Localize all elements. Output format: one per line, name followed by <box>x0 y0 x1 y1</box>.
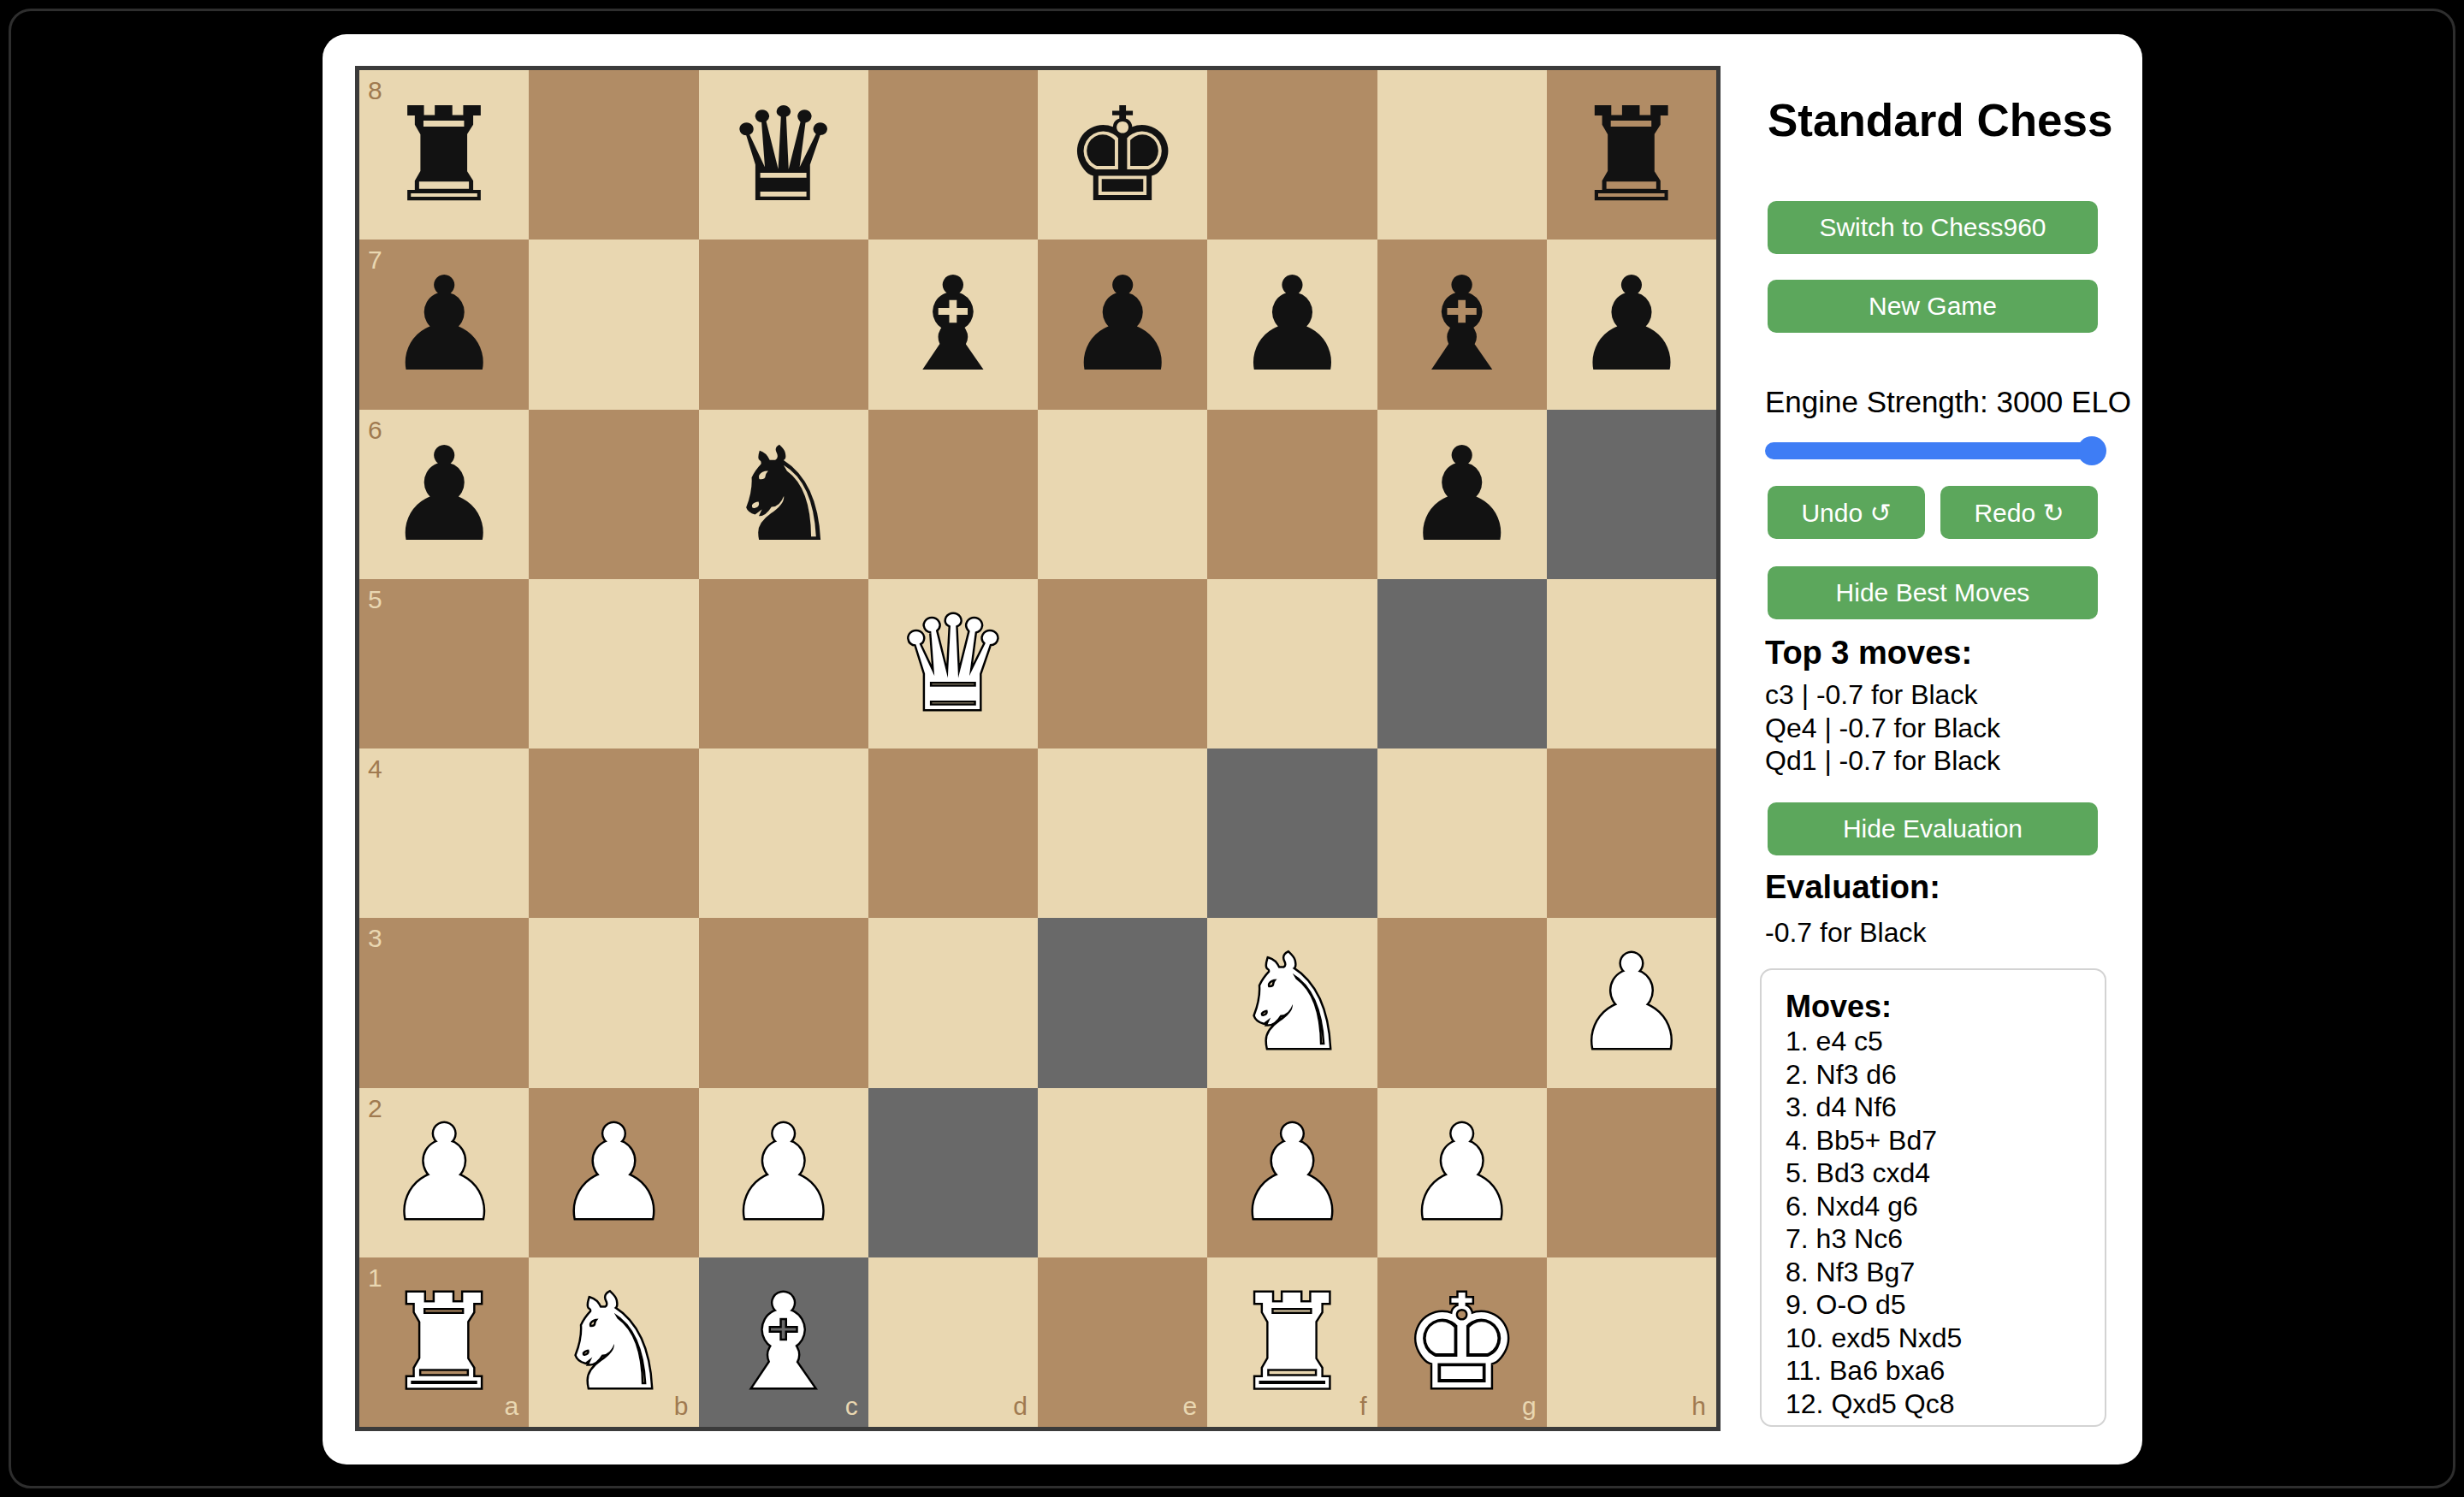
page-title: Standard Chess <box>1768 94 2113 146</box>
square-h5[interactable] <box>1547 579 1716 748</box>
rank-label-7: 7 <box>368 247 382 273</box>
rank-label-4: 4 <box>368 756 382 782</box>
move-item: 2. Nf3 d6 <box>1786 1058 2081 1092</box>
piece-black-bishop: ♝ <box>895 259 1011 389</box>
square-e5[interactable] <box>1038 579 1207 748</box>
move-item: 11. Ba6 bxa6 <box>1786 1354 2081 1388</box>
square-g4[interactable] <box>1377 748 1547 918</box>
piece-white-king: ♚ <box>1403 1277 1519 1407</box>
chess-board-frame: 8♜♛♚♜7♟♝♟♟♝♟6♟♞♟5♛43♞♟2♟♟♟♟♟1a♜b♞c♝def♜g… <box>355 66 1721 1431</box>
square-d5[interactable]: ♛ <box>868 579 1038 748</box>
square-b2[interactable]: ♟ <box>529 1088 698 1257</box>
square-c6[interactable]: ♞ <box>699 410 868 579</box>
square-d1[interactable]: d <box>868 1257 1038 1427</box>
undo-button[interactable]: Undo ↺ <box>1768 486 1925 539</box>
engine-strength-label: Engine Strength: 3000 ELO <box>1765 385 2131 419</box>
file-label-b: b <box>674 1393 689 1419</box>
chess-board: 8♜♛♚♜7♟♝♟♟♝♟6♟♞♟5♛43♞♟2♟♟♟♟♟1a♜b♞c♝def♜g… <box>359 70 1716 1427</box>
square-g7[interactable]: ♝ <box>1377 240 1547 409</box>
square-c7[interactable] <box>699 240 868 409</box>
move-item: 7. h3 Nc6 <box>1786 1222 2081 1256</box>
square-e7[interactable]: ♟ <box>1038 240 1207 409</box>
file-label-f: f <box>1359 1393 1366 1419</box>
square-a8[interactable]: 8♜ <box>359 70 529 240</box>
piece-black-pawn: ♟ <box>386 429 502 559</box>
evaluation-value: -0.7 for Black <box>1765 917 1927 949</box>
file-label-a: a <box>505 1393 519 1419</box>
square-c2[interactable]: ♟ <box>699 1088 868 1257</box>
piece-black-pawn: ♟ <box>1403 429 1519 559</box>
square-d3[interactable] <box>868 918 1038 1087</box>
move-item: 1. e4 c5 <box>1786 1025 2081 1058</box>
hide-evaluation-label: Hide Evaluation <box>1843 814 2023 843</box>
square-e6[interactable] <box>1038 410 1207 579</box>
square-h6[interactable] <box>1547 410 1716 579</box>
moves-heading: Moves: <box>1786 989 2081 1025</box>
top-move-item: Qe4 | -0.7 for Black <box>1765 712 2000 745</box>
square-f5[interactable] <box>1207 579 1377 748</box>
move-item: 10. exd5 Nxd5 <box>1786 1322 2081 1355</box>
move-item: 4. Bb5+ Bd7 <box>1786 1124 2081 1157</box>
square-h4[interactable] <box>1547 748 1716 918</box>
piece-black-pawn: ♟ <box>386 259 502 389</box>
square-a2[interactable]: 2♟ <box>359 1088 529 1257</box>
square-e3[interactable] <box>1038 918 1207 1087</box>
top-moves-heading: Top 3 moves: <box>1765 635 1972 672</box>
rank-label-2: 2 <box>368 1096 382 1121</box>
square-c1[interactable]: c♝ <box>699 1257 868 1427</box>
square-h8[interactable]: ♜ <box>1547 70 1716 240</box>
move-item: 12. Qxd5 Qc8 <box>1786 1388 2081 1421</box>
square-g8[interactable] <box>1377 70 1547 240</box>
piece-white-knight: ♞ <box>1234 938 1350 1068</box>
move-item: 8. Nf3 Bg7 <box>1786 1256 2081 1289</box>
square-h3[interactable]: ♟ <box>1547 918 1716 1087</box>
rank-label-3: 3 <box>368 926 382 951</box>
square-c8[interactable]: ♛ <box>699 70 868 240</box>
square-g2[interactable]: ♟ <box>1377 1088 1547 1257</box>
square-c3[interactable] <box>699 918 868 1087</box>
square-d4[interactable] <box>868 748 1038 918</box>
rank-label-8: 8 <box>368 78 382 104</box>
piece-white-pawn: ♟ <box>386 1108 502 1238</box>
hide-evaluation-button[interactable]: Hide Evaluation <box>1768 802 2098 855</box>
square-a3[interactable]: 3 <box>359 918 529 1087</box>
evaluation-heading: Evaluation: <box>1765 869 1940 906</box>
app-window: 8♜♛♚♜7♟♝♟♟♝♟6♟♞♟5♛43♞♟2♟♟♟♟♟1a♜b♞c♝def♜g… <box>0 0 2464 1497</box>
file-label-g: g <box>1522 1393 1537 1419</box>
square-c5[interactable] <box>699 579 868 748</box>
square-e1[interactable]: e <box>1038 1257 1207 1427</box>
move-item: 9. O-O d5 <box>1786 1288 2081 1322</box>
square-f3[interactable]: ♞ <box>1207 918 1377 1087</box>
square-a5[interactable]: 5 <box>359 579 529 748</box>
top-move-item: Qd1 | -0.7 for Black <box>1765 744 2000 778</box>
undo-label: Undo ↺ <box>1801 498 1891 528</box>
moves-panel: Moves: 1. e4 c52. Nf3 d63. d4 Nf64. Bb5+… <box>1760 968 2106 1427</box>
file-label-e: e <box>1183 1393 1198 1419</box>
piece-white-pawn: ♟ <box>1573 938 1690 1068</box>
square-a6[interactable]: 6♟ <box>359 410 529 579</box>
square-d8[interactable] <box>868 70 1038 240</box>
square-b4[interactable] <box>529 748 698 918</box>
piece-white-rook: ♜ <box>1234 1277 1350 1407</box>
square-a1[interactable]: 1a♜ <box>359 1257 529 1427</box>
file-label-h: h <box>1691 1393 1706 1419</box>
piece-white-knight: ♞ <box>555 1277 672 1407</box>
piece-black-bishop: ♝ <box>1403 259 1519 389</box>
switch-to-chess960-button[interactable]: Switch to Chess960 <box>1768 201 2098 254</box>
file-label-d: d <box>1013 1393 1028 1419</box>
new-game-button[interactable]: New Game <box>1768 280 2098 333</box>
square-a4[interactable]: 4 <box>359 748 529 918</box>
square-g1[interactable]: g♚ <box>1377 1257 1547 1427</box>
piece-black-pawn: ♟ <box>1573 259 1690 389</box>
square-f1[interactable]: f♜ <box>1207 1257 1377 1427</box>
piece-black-rook: ♜ <box>1573 90 1690 220</box>
square-b3[interactable] <box>529 918 698 1087</box>
square-f8[interactable] <box>1207 70 1377 240</box>
square-e4[interactable] <box>1038 748 1207 918</box>
square-b5[interactable] <box>529 579 698 748</box>
piece-black-pawn: ♟ <box>1234 259 1350 389</box>
piece-black-queen: ♛ <box>725 90 841 220</box>
square-e2[interactable] <box>1038 1088 1207 1257</box>
square-f7[interactable]: ♟ <box>1207 240 1377 409</box>
square-d2[interactable] <box>868 1088 1038 1257</box>
square-d6[interactable] <box>868 410 1038 579</box>
engine-strength-slider[interactable] <box>1765 442 2104 459</box>
square-f6[interactable] <box>1207 410 1377 579</box>
square-h1[interactable]: h <box>1547 1257 1716 1427</box>
engine-strength-slider-thumb[interactable] <box>2077 436 2106 465</box>
rank-label-1: 1 <box>368 1265 382 1291</box>
piece-black-pawn: ♟ <box>1064 259 1181 389</box>
new-game-label: New Game <box>1869 292 1997 321</box>
piece-white-pawn: ♟ <box>1403 1108 1519 1238</box>
square-g6[interactable]: ♟ <box>1377 410 1547 579</box>
piece-white-pawn: ♟ <box>555 1108 672 1238</box>
square-c4[interactable] <box>699 748 868 918</box>
square-b8[interactable] <box>529 70 698 240</box>
square-h2[interactable] <box>1547 1088 1716 1257</box>
square-h7[interactable]: ♟ <box>1547 240 1716 409</box>
piece-black-king: ♚ <box>1064 90 1181 220</box>
piece-white-pawn: ♟ <box>1234 1108 1350 1238</box>
rank-label-6: 6 <box>368 417 382 443</box>
square-a7[interactable]: 7♟ <box>359 240 529 409</box>
square-f2[interactable]: ♟ <box>1207 1088 1377 1257</box>
redo-label: Redo ↻ <box>1974 498 2064 528</box>
piece-black-rook: ♜ <box>386 90 502 220</box>
switch-to-chess960-label: Switch to Chess960 <box>1819 213 2046 242</box>
square-d7[interactable]: ♝ <box>868 240 1038 409</box>
move-item: 6. Nxd4 g6 <box>1786 1190 2081 1223</box>
square-b7[interactable] <box>529 240 698 409</box>
square-b1[interactable]: b♞ <box>529 1257 698 1427</box>
moves-list: 1. e4 c52. Nf3 d63. d4 Nf64. Bb5+ Bd75. … <box>1786 1025 2081 1420</box>
hide-best-moves-label: Hide Best Moves <box>1836 578 2030 607</box>
piece-white-bishop: ♝ <box>725 1277 841 1407</box>
square-g5[interactable] <box>1377 579 1547 748</box>
rank-label-5: 5 <box>368 587 382 612</box>
move-item: 3. d4 Nf6 <box>1786 1091 2081 1124</box>
piece-white-pawn: ♟ <box>725 1108 841 1238</box>
square-g3[interactable] <box>1377 918 1547 1087</box>
file-label-c: c <box>845 1393 858 1419</box>
move-item: 5. Bd3 cxd4 <box>1786 1157 2081 1190</box>
square-f4[interactable] <box>1207 748 1377 918</box>
square-e8[interactable]: ♚ <box>1038 70 1207 240</box>
piece-black-knight: ♞ <box>725 429 841 559</box>
square-b6[interactable] <box>529 410 698 579</box>
piece-white-queen: ♛ <box>895 599 1011 729</box>
hide-best-moves-button[interactable]: Hide Best Moves <box>1768 566 2098 619</box>
piece-white-rook: ♜ <box>386 1277 502 1407</box>
top-move-item: c3 | -0.7 for Black <box>1765 678 2000 712</box>
top-moves-list: c3 | -0.7 for BlackQe4 | -0.7 for BlackQ… <box>1765 678 2000 778</box>
redo-button[interactable]: Redo ↻ <box>1940 486 2098 539</box>
